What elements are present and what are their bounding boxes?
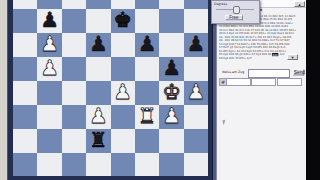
- piece-black-pawn[interactable]: ♟: [40, 10, 59, 31]
- board-frame: ♟♚♟♟♟♟♟♟♟♚♟♟♜♟♜: [7, 0, 213, 180]
- square-b3[interactable]: [37, 105, 61, 129]
- square-g4[interactable]: ♚: [159, 81, 183, 105]
- square-a1[interactable]: [13, 153, 37, 176]
- piece-black-king[interactable]: ♚: [113, 10, 132, 31]
- square-f5[interactable]: [135, 57, 159, 81]
- square-b5[interactable]: ♟: [37, 57, 61, 81]
- piece-black-rook[interactable]: ♜: [89, 130, 108, 151]
- field-3[interactable]: [277, 78, 302, 86]
- square-e7[interactable]: ♚: [111, 9, 135, 33]
- square-f4[interactable]: [135, 81, 159, 105]
- piece-white-pawn[interactable]: ♟: [89, 106, 108, 127]
- square-f7[interactable]: [135, 9, 159, 33]
- move-entry-field[interactable]: [248, 69, 290, 78]
- square-f3[interactable]: ♜: [135, 105, 159, 129]
- square-g7[interactable]: [159, 9, 183, 33]
- square-g3[interactable]: ♟: [159, 105, 183, 129]
- dialog-slider[interactable]: [216, 9, 254, 10]
- square-d8[interactable]: [86, 0, 110, 9]
- piece-white-pawn[interactable]: ♟: [187, 82, 206, 103]
- square-e5[interactable]: [111, 57, 135, 81]
- square-d1[interactable]: [86, 153, 110, 176]
- notation-panel: ▲ Hans Bremser CST 5.0 18.Qd3 Qc6 19.Rfd…: [216, 0, 307, 180]
- current-move-highlight[interactable]: Rd2: [272, 53, 278, 56]
- square-h2[interactable]: [184, 129, 208, 153]
- cursor-icon: [222, 120, 226, 126]
- square-c7[interactable]: [62, 9, 86, 33]
- square-h3[interactable]: [184, 105, 208, 129]
- square-h5[interactable]: [184, 57, 208, 81]
- square-e2[interactable]: [111, 129, 135, 153]
- square-d2[interactable]: ♜: [86, 129, 110, 153]
- square-g5[interactable]: ♟: [159, 57, 183, 81]
- piece-white-pawn[interactable]: ♟: [40, 34, 59, 55]
- square-c3[interactable]: [62, 105, 86, 129]
- square-a8[interactable]: [13, 0, 37, 9]
- slider-dialog: Degrees Free: [211, 0, 260, 24]
- side-to-move-label: Weiss am Zug: [222, 70, 244, 74]
- square-a6[interactable]: [13, 33, 37, 57]
- field-1[interactable]: [226, 78, 251, 86]
- piece-white-rook[interactable]: ♜: [138, 106, 157, 127]
- piece-white-pawn[interactable]: ♟: [113, 82, 132, 103]
- send-button[interactable]: Send: [293, 69, 304, 75]
- screen-edge-black-bar: [306, 0, 320, 180]
- square-c4[interactable]: [62, 81, 86, 105]
- square-a4[interactable]: [13, 81, 37, 105]
- square-c5[interactable]: [62, 57, 86, 81]
- piece-black-pawn[interactable]: ♟: [89, 34, 108, 55]
- square-f1[interactable]: [135, 153, 159, 176]
- square-h8[interactable]: [184, 0, 208, 9]
- scroll-down-button[interactable]: ▼: [287, 54, 298, 60]
- piece-black-pawn[interactable]: ♟: [187, 34, 206, 55]
- square-d4[interactable]: [86, 81, 110, 105]
- square-d5[interactable]: [86, 57, 110, 81]
- piece-black-pawn[interactable]: ♟: [162, 58, 181, 79]
- square-h6[interactable]: ♟: [184, 33, 208, 57]
- square-a7[interactable]: [13, 9, 37, 33]
- square-a2[interactable]: [13, 129, 37, 153]
- square-c2[interactable]: [62, 129, 86, 153]
- square-c1[interactable]: [62, 153, 86, 176]
- piece-black-pawn[interactable]: ♟: [138, 34, 157, 55]
- square-b1[interactable]: [37, 153, 61, 176]
- square-c8[interactable]: [62, 0, 86, 9]
- piece-white-pawn[interactable]: ♟: [162, 106, 181, 127]
- square-g6[interactable]: [159, 33, 183, 57]
- board-clip: ♟♚♟♟♟♟♟♟♟♚♟♟♜♟♜: [13, 0, 208, 176]
- window-edge-strip: [0, 0, 7, 180]
- square-e1[interactable]: [111, 153, 135, 176]
- square-b4[interactable]: [37, 81, 61, 105]
- square-a3[interactable]: [13, 105, 37, 129]
- square-d3[interactable]: ♟: [86, 105, 110, 129]
- chess-gui-window: ♟♚♟♟♟♟♟♟♟♚♟♟♜♟♜ ▲ Hans Bremser CST 5.0 1…: [0, 0, 320, 180]
- square-b6[interactable]: ♟: [37, 33, 61, 57]
- square-c6[interactable]: [62, 33, 86, 57]
- dialog-button[interactable]: Free: [225, 15, 243, 20]
- square-g2[interactable]: [159, 129, 183, 153]
- piece-white-king[interactable]: ♚: [162, 82, 181, 103]
- square-d6[interactable]: ♟: [86, 33, 110, 57]
- square-g8[interactable]: [159, 0, 183, 9]
- square-b2[interactable]: [37, 129, 61, 153]
- field-row: #: [217, 78, 307, 86]
- square-b7[interactable]: ♟: [37, 9, 61, 33]
- scroll-up-button[interactable]: ▲: [294, 1, 305, 7]
- square-g1[interactable]: [159, 153, 183, 176]
- piece-white-pawn[interactable]: ♟: [40, 58, 59, 79]
- square-f8[interactable]: [135, 0, 159, 9]
- dialog-label: Degrees: [214, 2, 227, 6]
- move-input-row: Weiss am Zug Send: [217, 69, 307, 78]
- square-e6[interactable]: [111, 33, 135, 57]
- square-a5[interactable]: [13, 57, 37, 81]
- slider-thumb[interactable]: [233, 6, 240, 14]
- square-h1[interactable]: [184, 153, 208, 176]
- square-e4[interactable]: ♟: [111, 81, 135, 105]
- square-h7[interactable]: [184, 9, 208, 33]
- square-f6[interactable]: ♟: [135, 33, 159, 57]
- field-2[interactable]: [251, 78, 276, 86]
- square-e3[interactable]: [111, 105, 135, 129]
- chess-board: ♟♚♟♟♟♟♟♟♟♚♟♟♜♟♜: [13, 0, 208, 176]
- square-h4[interactable]: ♟: [184, 81, 208, 105]
- square-f2[interactable]: [135, 129, 159, 153]
- square-d7[interactable]: [86, 9, 110, 33]
